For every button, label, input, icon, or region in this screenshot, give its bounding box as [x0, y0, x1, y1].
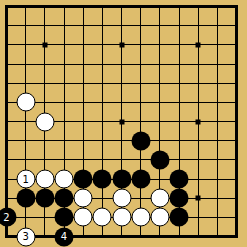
star-point — [42, 42, 47, 47]
black-stone[interactable] — [131, 170, 150, 189]
white-stone[interactable] — [112, 189, 131, 208]
star-point — [196, 119, 201, 124]
white-stone[interactable] — [35, 170, 54, 189]
white-stone[interactable] — [150, 189, 169, 208]
black-stone[interactable] — [112, 170, 131, 189]
black-stone[interactable]: 4 — [55, 227, 74, 246]
black-stone[interactable] — [93, 170, 112, 189]
white-stone[interactable] — [112, 208, 131, 227]
grid-line — [7, 140, 237, 141]
black-stone[interactable] — [170, 170, 189, 189]
black-stone[interactable] — [55, 208, 74, 227]
black-stone[interactable] — [55, 189, 74, 208]
go-board-diagram: 1234 — [0, 0, 247, 247]
white-stone[interactable] — [35, 112, 54, 131]
white-stone[interactable]: 1 — [16, 170, 35, 189]
star-point — [119, 119, 124, 124]
black-stone[interactable] — [170, 189, 189, 208]
black-stone[interactable] — [150, 150, 169, 169]
move-number: 4 — [61, 232, 67, 242]
grid-line — [7, 159, 237, 160]
white-stone[interactable] — [93, 208, 112, 227]
white-stone[interactable] — [150, 208, 169, 227]
grid-line — [217, 7, 218, 237]
star-point — [196, 196, 201, 201]
grid-line — [140, 7, 141, 237]
star-point — [119, 42, 124, 47]
move-number: 1 — [22, 174, 28, 184]
white-stone[interactable] — [74, 208, 93, 227]
black-stone[interactable] — [170, 208, 189, 227]
move-number: 2 — [3, 212, 9, 222]
black-stone[interactable] — [74, 170, 93, 189]
star-point — [196, 42, 201, 47]
white-stone[interactable]: 3 — [16, 227, 35, 246]
white-stone[interactable] — [74, 189, 93, 208]
white-stone[interactable] — [16, 93, 35, 112]
white-stone[interactable] — [131, 208, 150, 227]
black-stone[interactable] — [131, 131, 150, 150]
black-stone[interactable] — [16, 189, 35, 208]
white-stone[interactable] — [55, 170, 74, 189]
black-stone[interactable] — [35, 189, 54, 208]
move-number: 3 — [22, 232, 28, 242]
